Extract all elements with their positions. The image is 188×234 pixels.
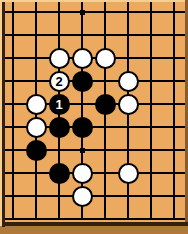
stone-white — [118, 163, 139, 184]
go-diagram: 21 — [0, 0, 188, 234]
grid-line-horizontal — [5, 11, 185, 13]
grid-line-horizontal — [5, 80, 185, 82]
stone-white — [95, 48, 116, 69]
move-number-label: 1 — [55, 98, 62, 111]
stone-white — [72, 163, 93, 184]
star-point — [80, 10, 85, 15]
star-point — [80, 148, 85, 153]
stone-black — [49, 163, 70, 184]
stone-black — [72, 71, 93, 92]
grid-line-horizontal — [5, 172, 185, 174]
grid-line-horizontal — [5, 195, 185, 197]
grid-line-horizontal — [5, 218, 185, 220]
go-board: 21 — [0, 0, 188, 234]
stone-white — [118, 71, 139, 92]
stone-white — [72, 48, 93, 69]
stone-black — [26, 140, 47, 161]
stone-white — [72, 186, 93, 207]
stone-white — [49, 48, 70, 69]
stone-black — [49, 117, 70, 138]
stone-white — [26, 94, 47, 115]
stone-black — [72, 117, 93, 138]
move-number-label: 2 — [55, 75, 62, 88]
stone-white: 2 — [49, 71, 70, 92]
stone-black — [95, 94, 116, 115]
grid-line-horizontal — [5, 34, 185, 36]
stone-black: 1 — [49, 94, 70, 115]
stone-white — [26, 117, 47, 138]
stone-white — [118, 94, 139, 115]
